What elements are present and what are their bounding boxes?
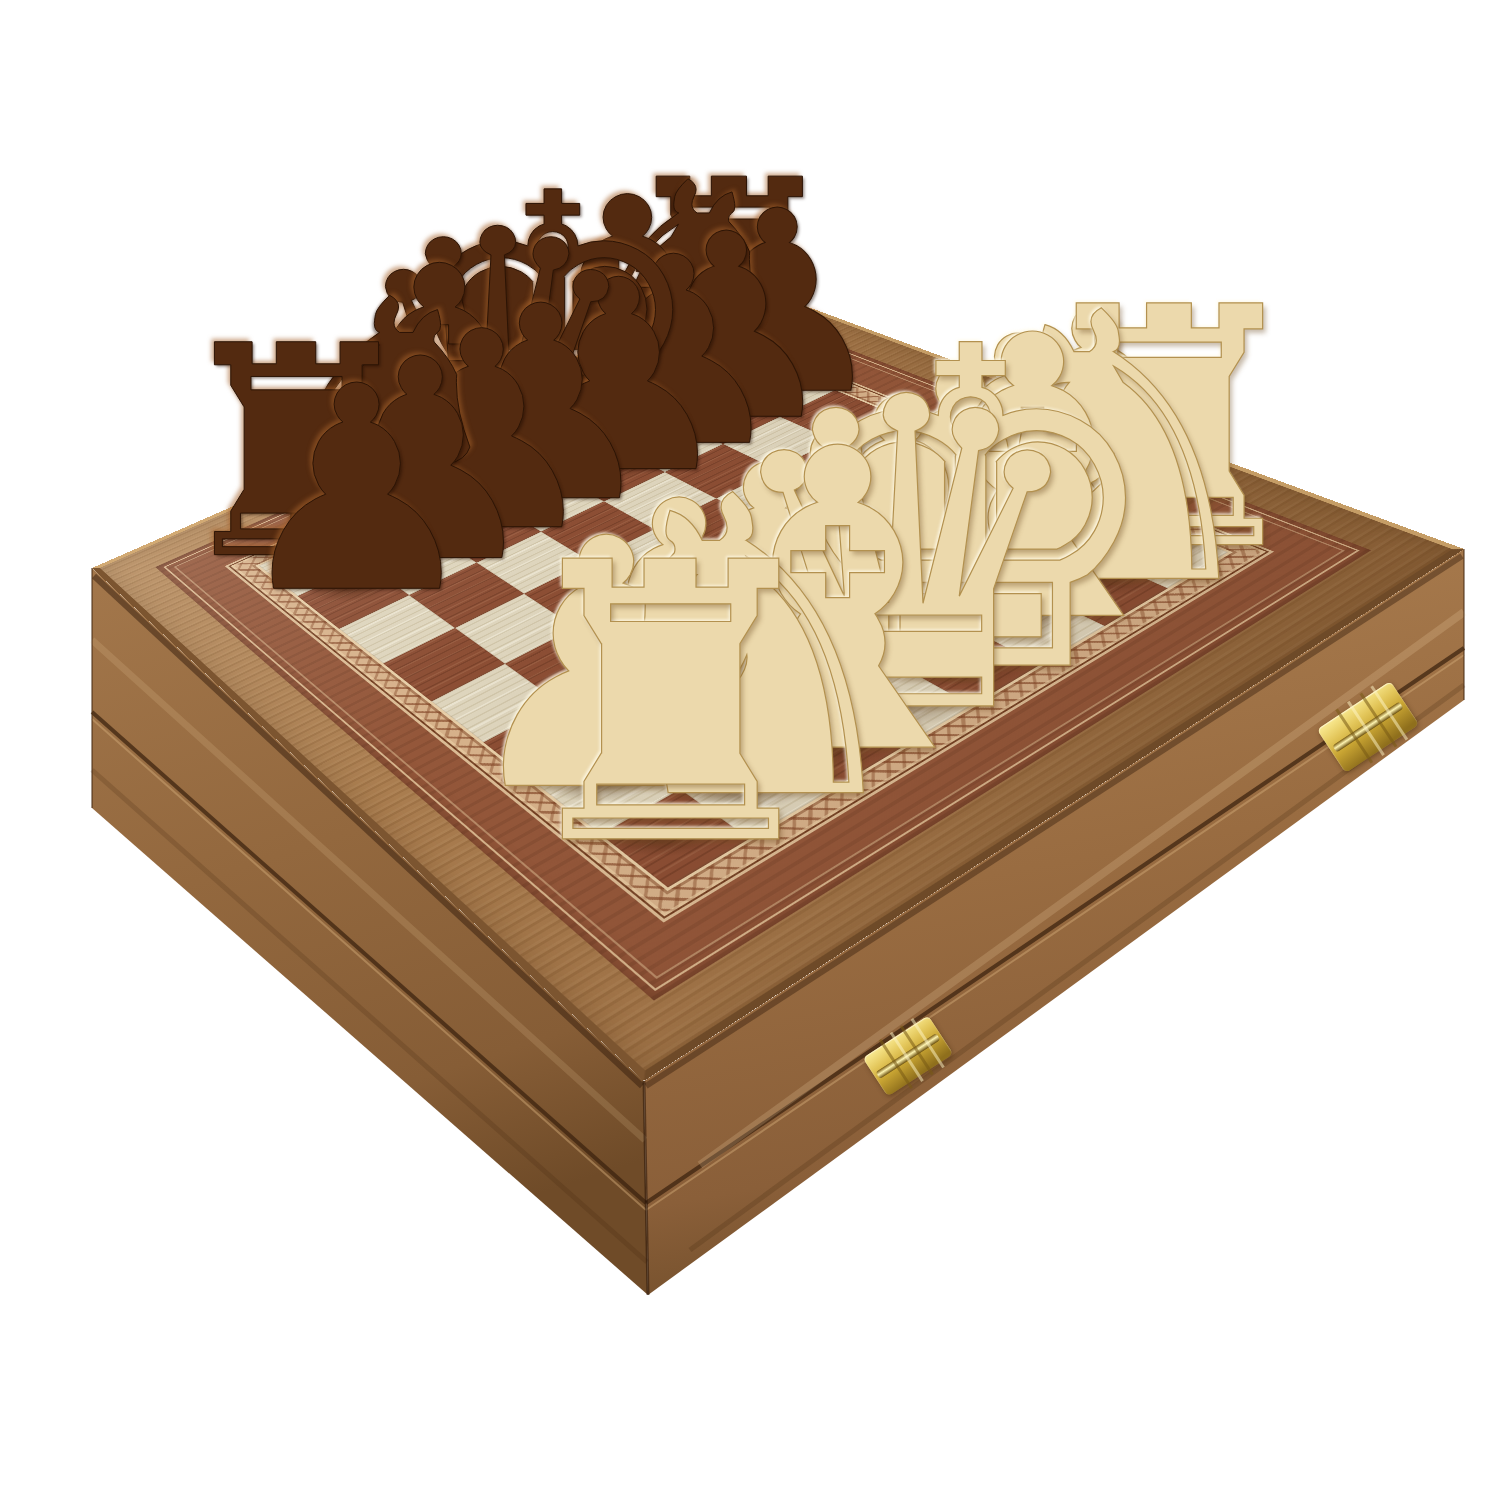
black-pawn-a7[interactable]: ♟ bbox=[230, 350, 483, 632]
black-piece-glyph: ♟ bbox=[230, 350, 483, 632]
white-piece-glyph: ♜ bbox=[498, 513, 843, 897]
chess-set-photo: ♜♞♝♛♚♝♞♜♟♟♟♟♟♟♟♟♟♟♟♟♟♟♟♟♜♞♝♛♚♝♞♜ bbox=[0, 0, 1500, 1500]
white-rook-a1[interactable]: ♜ bbox=[498, 513, 843, 897]
